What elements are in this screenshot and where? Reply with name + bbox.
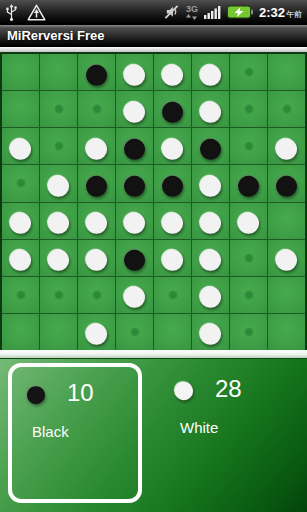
- white-player-box: ● 28 White: [160, 363, 300, 503]
- cell-g2[interactable]: [230, 91, 267, 127]
- cell-g7[interactable]: [230, 277, 267, 313]
- white-disc: ●: [80, 241, 113, 274]
- cell-b5[interactable]: ●: [40, 203, 77, 239]
- clock-time: 2:32: [259, 5, 285, 20]
- black-score-row: ● 10: [12, 367, 138, 407]
- white-disc: ●: [4, 130, 37, 163]
- cell-f4[interactable]: ●: [192, 165, 229, 201]
- app-title: MiRerversi Free: [7, 28, 105, 43]
- battery-charging-icon: [227, 5, 253, 19]
- white-disc: ●: [194, 241, 227, 274]
- legal-move-hint: [168, 290, 178, 300]
- clock-am-pm: 午前: [286, 9, 302, 20]
- cell-h7[interactable]: [268, 277, 305, 313]
- white-disc: ●: [80, 315, 113, 348]
- cell-d3[interactable]: ●: [116, 128, 153, 164]
- white-player-label: White: [180, 419, 300, 436]
- black-disc: ●: [156, 93, 189, 126]
- cell-h1[interactable]: [268, 54, 305, 90]
- legal-move-hint: [244, 141, 254, 151]
- legal-move-hint: [16, 178, 26, 188]
- white-disc: ●: [4, 241, 37, 274]
- black-disc: ●: [232, 167, 265, 200]
- status-bar-left: [5, 4, 46, 21]
- legal-move-hint: [92, 104, 102, 114]
- black-disc: ●: [118, 130, 151, 163]
- white-disc: ●: [80, 130, 113, 163]
- board-bottom-edge: [0, 350, 307, 359]
- warning-up-arrow-icon: [27, 4, 46, 21]
- legal-move-hint: [54, 141, 64, 151]
- status-bar: 3G: [0, 0, 307, 25]
- white-disc: ●: [42, 241, 75, 274]
- cell-b4[interactable]: ●: [40, 165, 77, 201]
- cell-g5[interactable]: ●: [230, 203, 267, 239]
- white-disc: ●: [194, 167, 227, 200]
- cell-a8[interactable]: [2, 314, 39, 350]
- black-disc-icon: ●: [22, 379, 50, 407]
- cell-b6[interactable]: ●: [40, 240, 77, 276]
- cell-f5[interactable]: ●: [192, 203, 229, 239]
- cell-a1[interactable]: [2, 54, 39, 90]
- white-disc: ●: [156, 56, 189, 89]
- white-disc: ●: [156, 130, 189, 163]
- white-score-count: 28: [215, 375, 242, 403]
- cell-d5[interactable]: ●: [116, 203, 153, 239]
- cell-e7[interactable]: [154, 277, 191, 313]
- legal-move-hint: [244, 290, 254, 300]
- cell-e8[interactable]: [154, 314, 191, 350]
- cell-a4[interactable]: [2, 165, 39, 201]
- cell-a7[interactable]: [2, 277, 39, 313]
- cell-a3[interactable]: ●: [2, 128, 39, 164]
- cell-g3[interactable]: [230, 128, 267, 164]
- usb-icon: [5, 4, 18, 21]
- legal-move-hint: [244, 104, 254, 114]
- cell-e2[interactable]: ●: [154, 91, 191, 127]
- network-3g-icon: 3G: [186, 5, 198, 20]
- white-disc: ●: [118, 93, 151, 126]
- white-disc: ●: [194, 315, 227, 348]
- signal-strength-icon: [204, 5, 221, 19]
- legal-move-hint: [244, 327, 254, 337]
- black-disc: ●: [118, 167, 151, 200]
- white-disc: ●: [270, 241, 303, 274]
- cell-h5[interactable]: [268, 203, 305, 239]
- white-disc: ●: [194, 278, 227, 311]
- black-player-box: ● 10 Black: [8, 363, 142, 503]
- cell-b1[interactable]: [40, 54, 77, 90]
- status-bar-clock: 2:32 午前: [259, 5, 302, 20]
- board: ●●●●●●●●●●●●●●●●●●●●●●●●●●●●●●●●●●●●●●: [2, 54, 305, 350]
- cell-d7[interactable]: ●: [116, 277, 153, 313]
- cell-h3[interactable]: ●: [268, 128, 305, 164]
- cell-c8[interactable]: ●: [78, 314, 115, 350]
- white-disc: ●: [156, 204, 189, 237]
- black-disc: ●: [156, 167, 189, 200]
- cell-e6[interactable]: ●: [154, 240, 191, 276]
- black-disc: ●: [270, 167, 303, 200]
- white-disc: ●: [4, 204, 37, 237]
- cell-b3[interactable]: [40, 128, 77, 164]
- white-disc-icon: ●: [170, 375, 198, 403]
- legal-move-hint: [54, 104, 64, 114]
- white-disc: ●: [80, 204, 113, 237]
- black-disc: ●: [118, 241, 151, 274]
- cell-d6[interactable]: ●: [116, 240, 153, 276]
- white-disc: ●: [156, 241, 189, 274]
- cell-a5[interactable]: ●: [2, 203, 39, 239]
- status-bar-right: 3G: [163, 4, 302, 20]
- phone-screen: 3G: [0, 0, 307, 512]
- cell-c3[interactable]: ●: [78, 128, 115, 164]
- black-disc: ●: [80, 56, 113, 89]
- cell-a6[interactable]: ●: [2, 240, 39, 276]
- cell-c7[interactable]: [78, 277, 115, 313]
- white-disc: ●: [118, 278, 151, 311]
- title-bar: MiRerversi Free: [0, 25, 307, 47]
- cell-c5[interactable]: ●: [78, 203, 115, 239]
- cell-f6[interactable]: ●: [192, 240, 229, 276]
- cell-g4[interactable]: ●: [230, 165, 267, 201]
- cell-b8[interactable]: [40, 314, 77, 350]
- cell-a2[interactable]: [2, 91, 39, 127]
- cell-e4[interactable]: ●: [154, 165, 191, 201]
- white-disc: ●: [118, 204, 151, 237]
- cell-h8[interactable]: [268, 314, 305, 350]
- cell-d8[interactable]: [116, 314, 153, 350]
- cell-f8[interactable]: ●: [192, 314, 229, 350]
- legal-move-hint: [244, 67, 254, 77]
- cell-g6[interactable]: [230, 240, 267, 276]
- legal-move-hint: [244, 253, 254, 263]
- cell-f2[interactable]: ●: [192, 91, 229, 127]
- white-disc: ●: [232, 204, 265, 237]
- cell-b2[interactable]: [40, 91, 77, 127]
- cell-d4[interactable]: ●: [116, 165, 153, 201]
- cell-c2[interactable]: [78, 91, 115, 127]
- legal-move-hint: [282, 104, 292, 114]
- cell-d1[interactable]: ●: [116, 54, 153, 90]
- white-disc: ●: [194, 56, 227, 89]
- cell-h2[interactable]: [268, 91, 305, 127]
- cell-h6[interactable]: ●: [268, 240, 305, 276]
- cell-c1[interactable]: ●: [78, 54, 115, 90]
- cell-b7[interactable]: [40, 277, 77, 313]
- cell-f3[interactable]: ●: [192, 128, 229, 164]
- white-disc: ●: [194, 93, 227, 126]
- black-disc: ●: [80, 167, 113, 200]
- legal-move-hint: [130, 327, 140, 337]
- white-disc: ●: [42, 204, 75, 237]
- black-score-count: 10: [67, 379, 94, 407]
- black-player-label: Black: [32, 423, 138, 440]
- score-panel: ● 10 Black ● 28 White: [0, 359, 307, 512]
- white-disc: ●: [270, 130, 303, 163]
- cell-e3[interactable]: ●: [154, 128, 191, 164]
- cell-e5[interactable]: ●: [154, 203, 191, 239]
- cell-g1[interactable]: [230, 54, 267, 90]
- black-disc: ●: [194, 130, 227, 163]
- cell-f1[interactable]: ●: [192, 54, 229, 90]
- white-disc: ●: [42, 167, 75, 200]
- cell-h4[interactable]: ●: [268, 165, 305, 201]
- white-disc: ●: [118, 56, 151, 89]
- white-disc: ●: [194, 204, 227, 237]
- cell-c4[interactable]: ●: [78, 165, 115, 201]
- cell-d2[interactable]: ●: [116, 91, 153, 127]
- white-score-row: ● 28: [160, 363, 300, 403]
- network-3g-label: 3G: [186, 5, 198, 14]
- board-frame: ●●●●●●●●●●●●●●●●●●●●●●●●●●●●●●●●●●●●●●: [0, 52, 307, 350]
- cell-f7[interactable]: ●: [192, 277, 229, 313]
- cell-g8[interactable]: [230, 314, 267, 350]
- cell-e1[interactable]: ●: [154, 54, 191, 90]
- legal-move-hint: [54, 290, 64, 300]
- legal-move-hint: [92, 290, 102, 300]
- cell-c6[interactable]: ●: [78, 240, 115, 276]
- mute-icon: [163, 4, 180, 20]
- legal-move-hint: [16, 290, 26, 300]
